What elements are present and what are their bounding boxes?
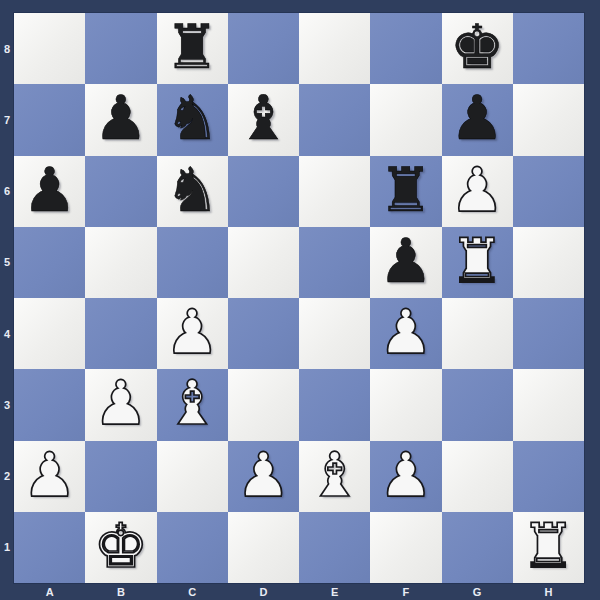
square-e1[interactable]: [299, 512, 370, 583]
file-label-c: C: [157, 583, 228, 600]
square-f2[interactable]: ♟: [370, 441, 441, 512]
chess-app-window: ♜♚♟♞♝♟♟♞♜♟♟♜♟♟♟♝♟♟♝♟♚♜ 87654321 ABCDEFGH: [0, 0, 600, 600]
square-c5[interactable]: [157, 227, 228, 298]
square-h4[interactable]: [513, 298, 584, 369]
file-label-d: D: [228, 583, 299, 600]
square-b5[interactable]: [85, 227, 156, 298]
piece-white-pawn-b3[interactable]: ♟: [94, 372, 149, 433]
piece-black-pawn-a6[interactable]: ♟: [22, 159, 77, 220]
rank-label-5: 5: [0, 227, 14, 298]
square-c6[interactable]: ♞: [157, 156, 228, 227]
square-g2[interactable]: [442, 441, 513, 512]
piece-white-bishop-e2[interactable]: ♝: [307, 444, 362, 505]
piece-white-pawn-a2[interactable]: ♟: [22, 444, 77, 505]
square-e8[interactable]: [299, 13, 370, 84]
square-a1[interactable]: [14, 512, 85, 583]
file-label-g: G: [442, 583, 513, 600]
square-a7[interactable]: [14, 84, 85, 155]
square-f5[interactable]: ♟: [370, 227, 441, 298]
square-d2[interactable]: ♟: [228, 441, 299, 512]
rank-label-3: 3: [0, 369, 14, 440]
square-g5[interactable]: ♜: [442, 227, 513, 298]
square-a3[interactable]: [14, 369, 85, 440]
piece-black-pawn-b7[interactable]: ♟: [94, 87, 149, 148]
square-h7[interactable]: [513, 84, 584, 155]
piece-white-king-b1[interactable]: ♚: [94, 515, 149, 576]
square-f3[interactable]: [370, 369, 441, 440]
square-g6[interactable]: ♟: [442, 156, 513, 227]
square-c3[interactable]: ♝: [157, 369, 228, 440]
piece-black-king-g8[interactable]: ♚: [450, 16, 505, 77]
piece-black-knight-c6[interactable]: ♞: [165, 159, 220, 220]
square-d6[interactable]: [228, 156, 299, 227]
square-h5[interactable]: [513, 227, 584, 298]
square-g3[interactable]: [442, 369, 513, 440]
square-a2[interactable]: ♟: [14, 441, 85, 512]
square-a8[interactable]: [14, 13, 85, 84]
square-f1[interactable]: [370, 512, 441, 583]
piece-white-bishop-c3[interactable]: ♝: [165, 372, 220, 433]
square-h6[interactable]: [513, 156, 584, 227]
file-label-h: H: [513, 583, 584, 600]
piece-black-pawn-g7[interactable]: ♟: [450, 87, 505, 148]
chess-board: ♜♚♟♞♝♟♟♞♜♟♟♜♟♟♟♝♟♟♝♟♚♜: [14, 13, 584, 583]
piece-black-pawn-f5[interactable]: ♟: [379, 230, 434, 291]
square-h1[interactable]: ♜: [513, 512, 584, 583]
square-c2[interactable]: [157, 441, 228, 512]
piece-white-pawn-f2[interactable]: ♟: [379, 444, 434, 505]
square-e3[interactable]: [299, 369, 370, 440]
square-d1[interactable]: [228, 512, 299, 583]
square-g1[interactable]: [442, 512, 513, 583]
square-f4[interactable]: ♟: [370, 298, 441, 369]
rank-label-1: 1: [0, 512, 14, 583]
file-label-e: E: [299, 583, 370, 600]
square-g7[interactable]: ♟: [442, 84, 513, 155]
square-a4[interactable]: [14, 298, 85, 369]
square-e4[interactable]: [299, 298, 370, 369]
square-b7[interactable]: ♟: [85, 84, 156, 155]
square-c4[interactable]: ♟: [157, 298, 228, 369]
piece-black-bishop-d7[interactable]: ♝: [236, 87, 291, 148]
square-e6[interactable]: [299, 156, 370, 227]
file-coordinate-labels: ABCDEFGH: [14, 583, 584, 600]
piece-white-pawn-d2[interactable]: ♟: [236, 444, 291, 505]
square-h8[interactable]: [513, 13, 584, 84]
square-e5[interactable]: [299, 227, 370, 298]
square-e2[interactable]: ♝: [299, 441, 370, 512]
rank-label-4: 4: [0, 298, 14, 369]
file-label-b: B: [85, 583, 156, 600]
piece-white-pawn-f4[interactable]: ♟: [379, 301, 434, 362]
square-b8[interactable]: [85, 13, 156, 84]
square-g8[interactable]: ♚: [442, 13, 513, 84]
square-c1[interactable]: [157, 512, 228, 583]
square-a6[interactable]: ♟: [14, 156, 85, 227]
square-h2[interactable]: [513, 441, 584, 512]
square-b4[interactable]: [85, 298, 156, 369]
rank-label-8: 8: [0, 13, 14, 84]
square-h3[interactable]: [513, 369, 584, 440]
square-f8[interactable]: [370, 13, 441, 84]
square-g4[interactable]: [442, 298, 513, 369]
square-d4[interactable]: [228, 298, 299, 369]
rank-label-6: 6: [0, 156, 14, 227]
rank-coordinate-labels: 87654321: [0, 13, 14, 583]
square-d8[interactable]: [228, 13, 299, 84]
square-d7[interactable]: ♝: [228, 84, 299, 155]
square-e7[interactable]: [299, 84, 370, 155]
square-b2[interactable]: [85, 441, 156, 512]
square-f6[interactable]: ♜: [370, 156, 441, 227]
square-d3[interactable]: [228, 369, 299, 440]
square-a5[interactable]: [14, 227, 85, 298]
square-d5[interactable]: [228, 227, 299, 298]
piece-white-pawn-c4[interactable]: ♟: [165, 301, 220, 362]
square-c8[interactable]: ♜: [157, 13, 228, 84]
piece-white-pawn-g6[interactable]: ♟: [450, 159, 505, 220]
piece-white-rook-g5[interactable]: ♜: [450, 230, 505, 291]
file-label-f: F: [370, 583, 441, 600]
file-label-a: A: [14, 583, 85, 600]
rank-label-2: 2: [0, 441, 14, 512]
square-b3[interactable]: ♟: [85, 369, 156, 440]
piece-black-knight-c7[interactable]: ♞: [165, 87, 220, 148]
rank-label-7: 7: [0, 84, 14, 155]
square-c7[interactable]: ♞: [157, 84, 228, 155]
square-b1[interactable]: ♚: [85, 512, 156, 583]
piece-black-rook-c8[interactable]: ♜: [165, 16, 220, 77]
square-b6[interactable]: [85, 156, 156, 227]
piece-black-rook-f6[interactable]: ♜: [379, 159, 434, 220]
piece-white-rook-h1[interactable]: ♜: [521, 515, 576, 576]
square-f7[interactable]: [370, 84, 441, 155]
